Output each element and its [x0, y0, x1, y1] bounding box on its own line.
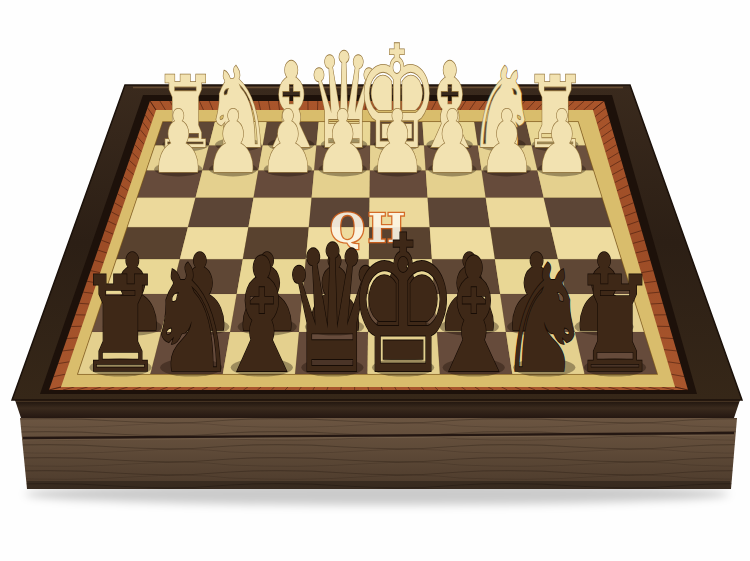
- board-square: [188, 198, 254, 227]
- piece-white-pawn: ♟: [259, 92, 317, 193]
- piece-white-pawn: ♟: [204, 92, 262, 193]
- box-front-woodgrain: [20, 418, 737, 489]
- board-square: [128, 198, 196, 227]
- piece-white-pawn: ♟: [314, 92, 372, 193]
- piece-white-pawn: ♟: [423, 92, 481, 193]
- piece-black-rook: ♜: [572, 248, 657, 402]
- chessboard-photo: QH♜♞♝♛♚♝♞♜♟♟♟♟♟♟♟♟♟♟♟♟♟♟♟♟♜♞♝♛♚♝♞♜: [0, 0, 750, 561]
- chess-set-product-photo: QH♜♞♝♛♚♝♞♜♟♟♟♟♟♟♟♟♟♟♟♟♟♟♟♟♜♞♝♛♚♝♞♜: [0, 0, 750, 561]
- board-square: [544, 198, 611, 227]
- piece-white-pawn: ♟: [368, 92, 426, 193]
- board-square: [486, 198, 551, 227]
- piece-white-pawn: ♟: [149, 92, 207, 193]
- piece-white-pawn: ♟: [533, 92, 591, 193]
- piece-white-pawn: ♟: [478, 92, 536, 193]
